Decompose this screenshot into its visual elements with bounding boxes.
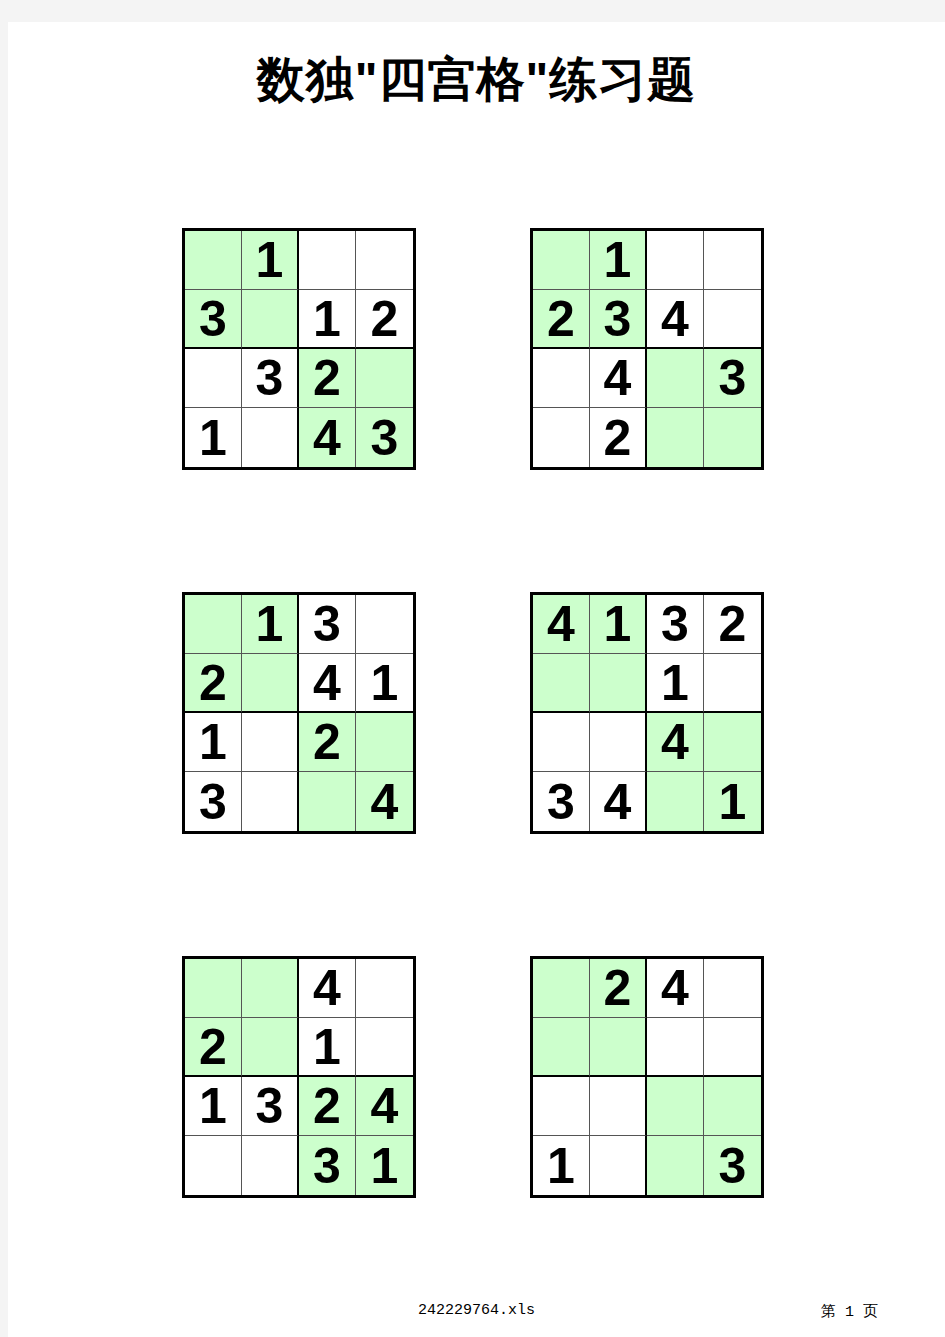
- sudoku-cell-empty: [356, 959, 413, 1018]
- sudoku-cell-given: 3: [533, 772, 590, 831]
- sudoku-cell-given: 1: [299, 290, 356, 349]
- sudoku-cell-given: 1: [590, 231, 647, 290]
- sudoku-board-3: 132411234: [182, 592, 416, 834]
- sudoku-cell-empty: [647, 408, 704, 467]
- sudoku-cell-given: 3: [704, 349, 761, 408]
- sudoku-cell-given: 1: [185, 713, 242, 772]
- sudoku-cell-empty: [242, 959, 299, 1018]
- sudoku-board-5: 421132431: [182, 956, 416, 1198]
- sudoku-cell-given: 2: [299, 1077, 356, 1136]
- sudoku-cell-empty: [533, 1018, 590, 1077]
- sudoku-cell-empty: [299, 231, 356, 290]
- sudoku-cell-empty: [356, 349, 413, 408]
- sudoku-cell-empty: [185, 349, 242, 408]
- footer-filename: 242229764.xls: [8, 1302, 945, 1319]
- sudoku-cell-empty: [185, 1136, 242, 1195]
- sudoku-cell-empty: [242, 408, 299, 467]
- sudoku-board-4: 413214341: [530, 592, 764, 834]
- sudoku-cell-empty: [704, 959, 761, 1018]
- sudoku-cell-empty: [647, 1018, 704, 1077]
- sudoku-cell-empty: [242, 772, 299, 831]
- sudoku-cell-empty: [590, 713, 647, 772]
- sudoku-cell-given: 1: [704, 772, 761, 831]
- sudoku-cell-given: 4: [299, 408, 356, 467]
- sudoku-cell-empty: [704, 290, 761, 349]
- sudoku-board-1: 131232143: [182, 228, 416, 470]
- sudoku-cell-given: 3: [356, 408, 413, 467]
- sudoku-cell-empty: [704, 713, 761, 772]
- sudoku-cell-empty: [533, 349, 590, 408]
- sudoku-cell-empty: [242, 654, 299, 713]
- sudoku-cell-empty: [356, 1018, 413, 1077]
- sudoku-cell-empty: [185, 231, 242, 290]
- footer-page-number: 第 1 页: [821, 1302, 878, 1321]
- worksheet-page: 数独"四宫格"练习题 131232143 1234432 132411234 4…: [8, 22, 945, 1337]
- sudoku-cell-empty: [185, 595, 242, 654]
- sudoku-cell-given: 2: [185, 654, 242, 713]
- sudoku-cell-given: 3: [242, 1077, 299, 1136]
- sudoku-cell-empty: [590, 654, 647, 713]
- sudoku-cell-given: 1: [185, 1077, 242, 1136]
- sudoku-cell-given: 1: [590, 595, 647, 654]
- sudoku-cell-given: 2: [299, 713, 356, 772]
- sudoku-cell-empty: [533, 713, 590, 772]
- sudoku-cell-empty: [242, 713, 299, 772]
- sudoku-cell-given: 4: [590, 772, 647, 831]
- sudoku-cell-given: 2: [299, 349, 356, 408]
- sudoku-cell-empty: [647, 1136, 704, 1195]
- sudoku-cell-empty: [533, 231, 590, 290]
- page-title: 数独"四宫格"练习题: [8, 48, 945, 112]
- sudoku-cell-given: 4: [356, 772, 413, 831]
- sudoku-cell-empty: [356, 595, 413, 654]
- sudoku-cell-given: 3: [647, 595, 704, 654]
- sudoku-cell-given: 2: [356, 290, 413, 349]
- sudoku-cell-given: 2: [533, 290, 590, 349]
- page-footer: 242229764.xls 第 1 页: [8, 1302, 945, 1324]
- sudoku-cell-empty: [704, 231, 761, 290]
- sudoku-cell-empty: [647, 349, 704, 408]
- sudoku-cell-given: 4: [299, 959, 356, 1018]
- sudoku-cell-empty: [356, 713, 413, 772]
- sudoku-cell-given: 3: [590, 290, 647, 349]
- sudoku-cell-given: 4: [299, 654, 356, 713]
- sudoku-cell-given: 1: [299, 1018, 356, 1077]
- sudoku-cell-given: 4: [647, 290, 704, 349]
- sudoku-cell-given: 3: [242, 349, 299, 408]
- sudoku-cell-empty: [647, 1077, 704, 1136]
- sudoku-cell-given: 3: [185, 290, 242, 349]
- sudoku-cell-empty: [533, 654, 590, 713]
- sudoku-cell-empty: [590, 1077, 647, 1136]
- sudoku-cell-empty: [299, 772, 356, 831]
- sudoku-cell-empty: [647, 772, 704, 831]
- sudoku-cell-empty: [533, 1077, 590, 1136]
- sudoku-cell-empty: [704, 654, 761, 713]
- sudoku-cell-empty: [590, 1018, 647, 1077]
- sudoku-cell-empty: [590, 1136, 647, 1195]
- sudoku-cell-empty: [185, 959, 242, 1018]
- sudoku-cell-given: 1: [242, 595, 299, 654]
- sudoku-cell-given: 1: [185, 408, 242, 467]
- sudoku-cell-given: 1: [356, 654, 413, 713]
- sudoku-cell-given: 3: [185, 772, 242, 831]
- sudoku-cell-given: 1: [533, 1136, 590, 1195]
- sudoku-cell-given: 2: [704, 595, 761, 654]
- sudoku-cell-given: 4: [356, 1077, 413, 1136]
- sudoku-cell-given: 1: [242, 231, 299, 290]
- sudoku-cell-given: 2: [185, 1018, 242, 1077]
- sudoku-cell-empty: [242, 1018, 299, 1077]
- sudoku-cell-empty: [356, 231, 413, 290]
- sudoku-board-6: 2413: [530, 956, 764, 1198]
- sudoku-board-2: 1234432: [530, 228, 764, 470]
- sudoku-cell-given: 4: [647, 959, 704, 1018]
- sudoku-cell-empty: [704, 1077, 761, 1136]
- sudoku-cell-empty: [242, 1136, 299, 1195]
- sudoku-cell-given: 3: [299, 1136, 356, 1195]
- sudoku-cell-given: 1: [356, 1136, 413, 1195]
- sudoku-cell-empty: [242, 290, 299, 349]
- sudoku-cell-empty: [533, 959, 590, 1018]
- sudoku-cell-given: 4: [647, 713, 704, 772]
- sudoku-cell-given: 4: [590, 349, 647, 408]
- sudoku-cell-given: 3: [704, 1136, 761, 1195]
- sudoku-cell-empty: [647, 231, 704, 290]
- sudoku-cell-given: 2: [590, 408, 647, 467]
- sudoku-cell-given: 1: [647, 654, 704, 713]
- sudoku-cell-given: 4: [533, 595, 590, 654]
- sudoku-cell-empty: [704, 408, 761, 467]
- sudoku-cell-given: 2: [590, 959, 647, 1018]
- sudoku-cell-empty: [704, 1018, 761, 1077]
- sudoku-cell-given: 3: [299, 595, 356, 654]
- sudoku-cell-empty: [533, 408, 590, 467]
